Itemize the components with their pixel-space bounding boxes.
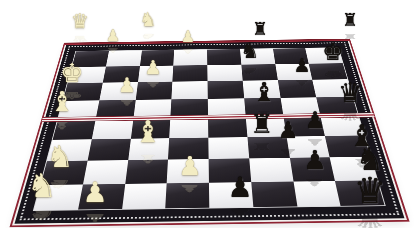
photo-canvas: ♛♞♟♟♚♟♟♝♝♞♟♞♟♜♜♞♚♝♟♛♜♟♟♝♟♞♟♛ xyxy=(0,0,416,228)
pieces-layer: ♛♞♟♟♚♟♟♝♝♞♟♞♟♜♜♞♚♝♟♛♜♟♟♝♟♞♟♛ xyxy=(0,0,416,228)
piece-white-bishop-r5c1: ♝ xyxy=(50,88,74,115)
piece-black-knight-r3c5: ♞ xyxy=(241,41,260,62)
piece-black-rook-r6c5: ♜ xyxy=(250,111,273,137)
piece-white-knight-r1c2: ♞ xyxy=(139,10,156,29)
piece-white-king-r4c1: ♚ xyxy=(60,60,83,86)
piece-white-pawn-r4c2: ♟ xyxy=(118,75,136,95)
piece-white-queen-r1c1: ♛ xyxy=(71,11,89,31)
piece-black-bishop-r4c5: ♝ xyxy=(252,79,275,105)
piece-black-rook-r2c6: ♜ xyxy=(252,20,268,38)
piece-black-pawn-r4c6: ♟ xyxy=(293,56,310,75)
piece-black-queen-r5c8: ♛ xyxy=(338,79,362,106)
piece-black-queen-r8c8: ♛ xyxy=(354,173,386,209)
piece-black-rook-r1c8: ♜ xyxy=(342,11,358,29)
piece-white-bishop-r6c3: ♝ xyxy=(135,117,162,147)
piece-white-pawn-r7c4: ♟ xyxy=(178,153,201,179)
piece-white-pawn-r2c4: ♟ xyxy=(181,29,195,45)
piece-white-pawn-r2c2: ♟ xyxy=(106,28,120,44)
piece-black-pawn-r7c7: ♟ xyxy=(303,147,326,173)
piece-white-knight-r8c1: ♞ xyxy=(27,169,57,202)
piece-white-pawn-r4c3: ♟ xyxy=(144,58,161,77)
piece-white-pawn-r8c2: ♟ xyxy=(82,179,107,207)
piece-black-pawn-r6c6: ♟ xyxy=(278,119,299,142)
piece-black-pawn-r6c7: ♟ xyxy=(305,109,326,132)
piece-black-king-r3c8: ♚ xyxy=(322,40,344,64)
piece-black-pawn-r8c5: ♟ xyxy=(227,174,252,202)
